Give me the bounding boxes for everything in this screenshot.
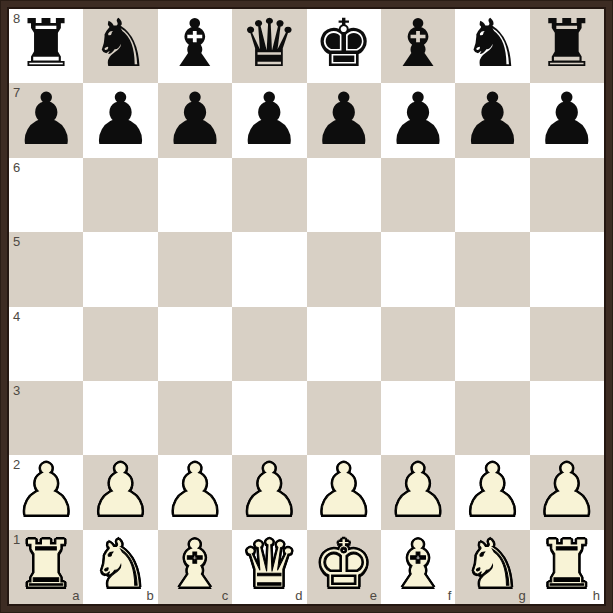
square-e1[interactable]: e♚ xyxy=(307,530,381,604)
black-rook[interactable]: ♜ xyxy=(537,9,596,81)
square-g8[interactable]: ♞ xyxy=(455,9,529,83)
black-knight[interactable]: ♞ xyxy=(463,9,522,81)
black-bishop[interactable]: ♝ xyxy=(388,9,447,81)
square-c6[interactable] xyxy=(158,158,232,232)
white-rook[interactable]: ♜ xyxy=(537,530,596,602)
square-d5[interactable] xyxy=(232,232,306,306)
white-pawn[interactable]: ♟ xyxy=(460,455,525,527)
white-pawn[interactable]: ♟ xyxy=(535,455,600,527)
file-label-f: f xyxy=(448,589,452,602)
white-pawn[interactable]: ♟ xyxy=(88,455,153,527)
white-knight[interactable]: ♞ xyxy=(463,530,522,602)
square-c3[interactable] xyxy=(158,381,232,455)
square-d6[interactable] xyxy=(232,158,306,232)
square-g6[interactable] xyxy=(455,158,529,232)
square-f4[interactable] xyxy=(381,307,455,381)
square-c7[interactable]: ♟ xyxy=(158,83,232,157)
square-b6[interactable] xyxy=(83,158,157,232)
square-h6[interactable] xyxy=(530,158,604,232)
square-b1[interactable]: b♞ xyxy=(83,530,157,604)
chess-board-frame: 8♜♞♝♛♚♝♞♜7♟♟♟♟♟♟♟♟65432♟♟♟♟♟♟♟♟1a♜b♞c♝d♛… xyxy=(0,0,613,613)
square-h5[interactable] xyxy=(530,232,604,306)
black-rook[interactable]: ♜ xyxy=(17,9,76,81)
square-h4[interactable] xyxy=(530,307,604,381)
square-c8[interactable]: ♝ xyxy=(158,9,232,83)
white-rook[interactable]: ♜ xyxy=(17,530,76,602)
square-e7[interactable]: ♟ xyxy=(307,83,381,157)
square-d4[interactable] xyxy=(232,307,306,381)
rank-label-3: 3 xyxy=(13,384,20,397)
white-queen[interactable]: ♛ xyxy=(240,530,299,602)
square-b4[interactable] xyxy=(83,307,157,381)
square-e8[interactable]: ♚ xyxy=(307,9,381,83)
square-f6[interactable] xyxy=(381,158,455,232)
square-e5[interactable] xyxy=(307,232,381,306)
square-c4[interactable] xyxy=(158,307,232,381)
square-c1[interactable]: c♝ xyxy=(158,530,232,604)
square-h7[interactable]: ♟ xyxy=(530,83,604,157)
square-f7[interactable]: ♟ xyxy=(381,83,455,157)
white-pawn[interactable]: ♟ xyxy=(237,455,302,527)
white-pawn[interactable]: ♟ xyxy=(163,455,228,527)
white-pawn[interactable]: ♟ xyxy=(386,455,451,527)
square-d1[interactable]: d♛ xyxy=(232,530,306,604)
square-a1[interactable]: 1a♜ xyxy=(9,530,83,604)
white-pawn[interactable]: ♟ xyxy=(14,455,79,527)
black-pawn[interactable]: ♟ xyxy=(88,83,153,155)
rank-label-4: 4 xyxy=(13,310,20,323)
black-bishop[interactable]: ♝ xyxy=(165,9,224,81)
square-d3[interactable] xyxy=(232,381,306,455)
square-a6[interactable]: 6 xyxy=(9,158,83,232)
square-a4[interactable]: 4 xyxy=(9,307,83,381)
square-g1[interactable]: g♞ xyxy=(455,530,529,604)
black-pawn[interactable]: ♟ xyxy=(386,83,451,155)
square-e2[interactable]: ♟ xyxy=(307,455,381,529)
square-e6[interactable] xyxy=(307,158,381,232)
white-pawn[interactable]: ♟ xyxy=(311,455,376,527)
black-pawn[interactable]: ♟ xyxy=(460,83,525,155)
white-knight[interactable]: ♞ xyxy=(91,530,150,602)
square-a7[interactable]: 7♟ xyxy=(9,83,83,157)
square-a5[interactable]: 5 xyxy=(9,232,83,306)
square-h8[interactable]: ♜ xyxy=(530,9,604,83)
square-f5[interactable] xyxy=(381,232,455,306)
square-a8[interactable]: 8♜ xyxy=(9,9,83,83)
black-pawn[interactable]: ♟ xyxy=(237,83,302,155)
square-a3[interactable]: 3 xyxy=(9,381,83,455)
square-e3[interactable] xyxy=(307,381,381,455)
square-h3[interactable] xyxy=(530,381,604,455)
white-king[interactable]: ♚ xyxy=(314,530,373,602)
square-b8[interactable]: ♞ xyxy=(83,9,157,83)
square-g7[interactable]: ♟ xyxy=(455,83,529,157)
square-g2[interactable]: ♟ xyxy=(455,455,529,529)
square-c2[interactable]: ♟ xyxy=(158,455,232,529)
black-pawn[interactable]: ♟ xyxy=(14,83,79,155)
square-g5[interactable] xyxy=(455,232,529,306)
square-b3[interactable] xyxy=(83,381,157,455)
square-f8[interactable]: ♝ xyxy=(381,9,455,83)
square-c5[interactable] xyxy=(158,232,232,306)
black-pawn[interactable]: ♟ xyxy=(535,83,600,155)
chess-board[interactable]: 8♜♞♝♛♚♝♞♜7♟♟♟♟♟♟♟♟65432♟♟♟♟♟♟♟♟1a♜b♞c♝d♛… xyxy=(9,9,604,604)
square-d7[interactable]: ♟ xyxy=(232,83,306,157)
rank-label-6: 6 xyxy=(13,161,20,174)
black-pawn[interactable]: ♟ xyxy=(311,83,376,155)
rank-label-5: 5 xyxy=(13,235,20,248)
white-bishop[interactable]: ♝ xyxy=(165,530,224,602)
square-e4[interactable] xyxy=(307,307,381,381)
square-f1[interactable]: f♝ xyxy=(381,530,455,604)
black-pawn[interactable]: ♟ xyxy=(163,83,228,155)
square-f3[interactable] xyxy=(381,381,455,455)
square-h1[interactable]: h♜ xyxy=(530,530,604,604)
square-d8[interactable]: ♛ xyxy=(232,9,306,83)
square-b7[interactable]: ♟ xyxy=(83,83,157,157)
square-b2[interactable]: ♟ xyxy=(83,455,157,529)
black-king[interactable]: ♚ xyxy=(314,9,373,81)
square-h2[interactable]: ♟ xyxy=(530,455,604,529)
square-g4[interactable] xyxy=(455,307,529,381)
square-f2[interactable]: ♟ xyxy=(381,455,455,529)
black-knight[interactable]: ♞ xyxy=(91,9,150,81)
square-a2[interactable]: 2♟ xyxy=(9,455,83,529)
black-queen[interactable]: ♛ xyxy=(240,9,299,81)
white-bishop[interactable]: ♝ xyxy=(388,530,447,602)
square-g3[interactable] xyxy=(455,381,529,455)
square-d2[interactable]: ♟ xyxy=(232,455,306,529)
square-b5[interactable] xyxy=(83,232,157,306)
